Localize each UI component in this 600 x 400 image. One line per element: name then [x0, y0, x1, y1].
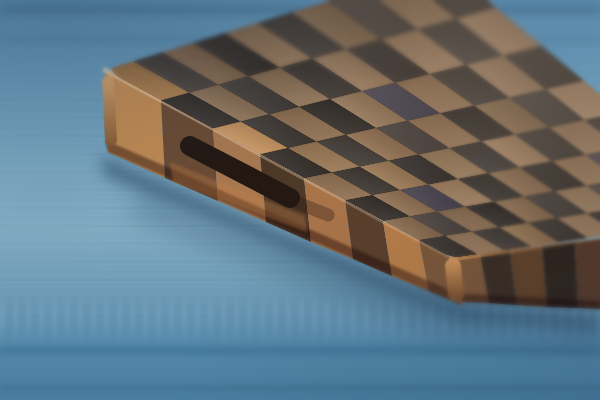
photo-stage [0, 0, 600, 400]
vignette-overlay [0, 0, 600, 400]
